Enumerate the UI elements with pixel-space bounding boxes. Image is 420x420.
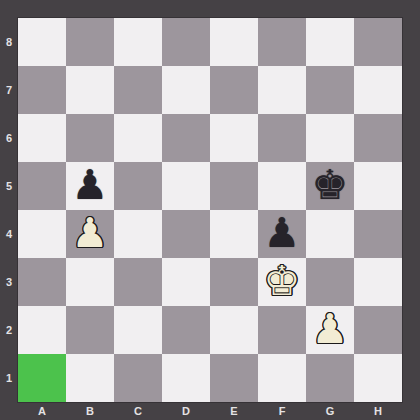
square-c6[interactable] bbox=[114, 114, 162, 162]
rank-label-3: 3 bbox=[0, 258, 18, 306]
square-g2[interactable]: ♟ bbox=[306, 306, 354, 354]
square-d5[interactable] bbox=[162, 162, 210, 210]
file-label-C: C bbox=[114, 402, 162, 420]
square-h6[interactable] bbox=[354, 114, 402, 162]
square-c1[interactable] bbox=[114, 354, 162, 402]
square-c5[interactable] bbox=[114, 162, 162, 210]
square-f7[interactable] bbox=[258, 66, 306, 114]
square-g5[interactable]: ♚ bbox=[306, 162, 354, 210]
square-h3[interactable] bbox=[354, 258, 402, 306]
square-b5[interactable]: ♟ bbox=[66, 162, 114, 210]
chess-board-frame: ♟♚♟♟♚♟ 87654321 ABCDEFGH bbox=[0, 0, 420, 420]
square-c4[interactable] bbox=[114, 210, 162, 258]
square-e1[interactable] bbox=[210, 354, 258, 402]
square-b6[interactable] bbox=[66, 114, 114, 162]
square-a7[interactable] bbox=[18, 66, 66, 114]
square-c8[interactable] bbox=[114, 18, 162, 66]
square-a4[interactable] bbox=[18, 210, 66, 258]
white-pawn[interactable]: ♟ bbox=[72, 213, 109, 254]
rank-label-6: 6 bbox=[0, 114, 18, 162]
square-d7[interactable] bbox=[162, 66, 210, 114]
square-c3[interactable] bbox=[114, 258, 162, 306]
square-a8[interactable] bbox=[18, 18, 66, 66]
square-h7[interactable] bbox=[354, 66, 402, 114]
square-b7[interactable] bbox=[66, 66, 114, 114]
square-b3[interactable] bbox=[66, 258, 114, 306]
square-c7[interactable] bbox=[114, 66, 162, 114]
square-h1[interactable] bbox=[354, 354, 402, 402]
board: ♟♚♟♟♚♟ bbox=[18, 18, 402, 402]
square-g1[interactable] bbox=[306, 354, 354, 402]
square-f3[interactable]: ♚ bbox=[258, 258, 306, 306]
square-d3[interactable] bbox=[162, 258, 210, 306]
square-b1[interactable] bbox=[66, 354, 114, 402]
black-king[interactable]: ♚ bbox=[312, 165, 349, 206]
square-h4[interactable] bbox=[354, 210, 402, 258]
square-g8[interactable] bbox=[306, 18, 354, 66]
square-d1[interactable] bbox=[162, 354, 210, 402]
file-label-D: D bbox=[162, 402, 210, 420]
square-e7[interactable] bbox=[210, 66, 258, 114]
square-f2[interactable] bbox=[258, 306, 306, 354]
square-f8[interactable] bbox=[258, 18, 306, 66]
square-f5[interactable] bbox=[258, 162, 306, 210]
square-c2[interactable] bbox=[114, 306, 162, 354]
square-f6[interactable] bbox=[258, 114, 306, 162]
square-a2[interactable] bbox=[18, 306, 66, 354]
white-pawn[interactable]: ♟ bbox=[312, 309, 349, 350]
square-g6[interactable] bbox=[306, 114, 354, 162]
rank-label-5: 5 bbox=[0, 162, 18, 210]
square-d2[interactable] bbox=[162, 306, 210, 354]
square-d4[interactable] bbox=[162, 210, 210, 258]
square-a6[interactable] bbox=[18, 114, 66, 162]
rank-label-7: 7 bbox=[0, 66, 18, 114]
square-e3[interactable] bbox=[210, 258, 258, 306]
file-label-H: H bbox=[354, 402, 402, 420]
square-g7[interactable] bbox=[306, 66, 354, 114]
square-d8[interactable] bbox=[162, 18, 210, 66]
rank-label-4: 4 bbox=[0, 210, 18, 258]
black-pawn[interactable]: ♟ bbox=[72, 165, 109, 206]
file-label-G: G bbox=[306, 402, 354, 420]
square-b2[interactable] bbox=[66, 306, 114, 354]
square-e6[interactable] bbox=[210, 114, 258, 162]
square-g4[interactable] bbox=[306, 210, 354, 258]
square-a5[interactable] bbox=[18, 162, 66, 210]
square-f4[interactable]: ♟ bbox=[258, 210, 306, 258]
square-e8[interactable] bbox=[210, 18, 258, 66]
square-e2[interactable] bbox=[210, 306, 258, 354]
square-b4[interactable]: ♟ bbox=[66, 210, 114, 258]
square-g3[interactable] bbox=[306, 258, 354, 306]
file-label-E: E bbox=[210, 402, 258, 420]
square-h2[interactable] bbox=[354, 306, 402, 354]
file-label-A: A bbox=[18, 402, 66, 420]
square-e4[interactable] bbox=[210, 210, 258, 258]
square-h5[interactable] bbox=[354, 162, 402, 210]
square-d6[interactable] bbox=[162, 114, 210, 162]
square-h8[interactable] bbox=[354, 18, 402, 66]
square-a1[interactable] bbox=[18, 354, 66, 402]
rank-label-1: 1 bbox=[0, 354, 18, 402]
rank-label-2: 2 bbox=[0, 306, 18, 354]
square-b8[interactable] bbox=[66, 18, 114, 66]
file-label-F: F bbox=[258, 402, 306, 420]
white-king[interactable]: ♚ bbox=[264, 261, 301, 302]
square-a3[interactable] bbox=[18, 258, 66, 306]
square-f1[interactable] bbox=[258, 354, 306, 402]
square-e5[interactable] bbox=[210, 162, 258, 210]
black-pawn[interactable]: ♟ bbox=[264, 213, 301, 254]
rank-label-8: 8 bbox=[0, 18, 18, 66]
file-label-B: B bbox=[66, 402, 114, 420]
